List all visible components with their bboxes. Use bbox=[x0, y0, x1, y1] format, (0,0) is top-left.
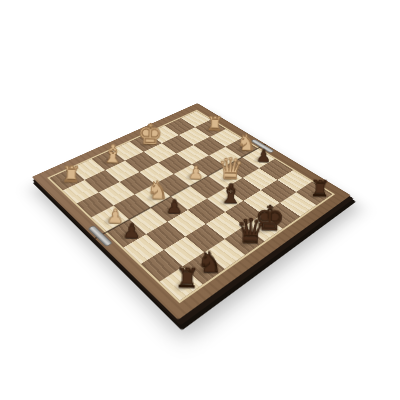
chess-board: ♜♝♚♜♟♞♟♞♟♟♛♟♝♜♞♛♚♜ bbox=[32, 103, 351, 320]
playing-area: ♜♝♚♜♟♞♟♞♟♟♛♟♝♜♞♛♚♜ bbox=[47, 110, 335, 304]
photo-stage: ♜♝♚♜♟♞♟♞♟♟♛♟♝♜♞♛♚♜ bbox=[0, 0, 400, 400]
square-a8[interactable]: ♜ bbox=[160, 267, 203, 301]
square-h6[interactable] bbox=[259, 159, 293, 180]
